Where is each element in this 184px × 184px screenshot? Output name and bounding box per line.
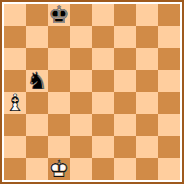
square-b7[interactable] [26, 26, 48, 48]
square-g8[interactable] [136, 4, 158, 26]
square-d6[interactable] [70, 48, 92, 70]
square-d3[interactable] [70, 114, 92, 136]
square-e3[interactable] [92, 114, 114, 136]
square-e2[interactable] [92, 136, 114, 158]
square-b8[interactable] [26, 4, 48, 26]
square-d1[interactable] [70, 158, 92, 180]
square-g1[interactable] [136, 158, 158, 180]
square-f2[interactable] [114, 136, 136, 158]
square-c1[interactable]: ♚♔ [48, 158, 70, 180]
square-c3[interactable] [48, 114, 70, 136]
white-bishop[interactable]: ♝♗ [4, 92, 26, 114]
square-f6[interactable] [114, 48, 136, 70]
square-a8[interactable] [4, 4, 26, 26]
square-b2[interactable] [26, 136, 48, 158]
square-d5[interactable] [70, 70, 92, 92]
square-f8[interactable] [114, 4, 136, 26]
square-c5[interactable] [48, 70, 70, 92]
square-g3[interactable] [136, 114, 158, 136]
square-d8[interactable] [70, 4, 92, 26]
square-h7[interactable] [158, 26, 180, 48]
square-h3[interactable] [158, 114, 180, 136]
black-knight[interactable]: ♞♘ [26, 70, 48, 92]
square-d7[interactable] [70, 26, 92, 48]
square-e6[interactable] [92, 48, 114, 70]
chess-board-frame: ♚♔♞♘♝♗♚♔ [0, 0, 184, 184]
square-f1[interactable] [114, 158, 136, 180]
square-g2[interactable] [136, 136, 158, 158]
square-a1[interactable] [4, 158, 26, 180]
square-b1[interactable] [26, 158, 48, 180]
square-f3[interactable] [114, 114, 136, 136]
square-h4[interactable] [158, 92, 180, 114]
square-g6[interactable] [136, 48, 158, 70]
square-h1[interactable] [158, 158, 180, 180]
square-f4[interactable] [114, 92, 136, 114]
piece-glyph-outline: ♔ [48, 158, 70, 180]
square-f5[interactable] [114, 70, 136, 92]
piece-glyph-outline: ♗ [4, 92, 26, 114]
black-king[interactable]: ♚♔ [48, 4, 70, 26]
square-f7[interactable] [114, 26, 136, 48]
square-a6[interactable] [4, 48, 26, 70]
square-c7[interactable] [48, 26, 70, 48]
square-h5[interactable] [158, 70, 180, 92]
square-h2[interactable] [158, 136, 180, 158]
square-e8[interactable] [92, 4, 114, 26]
square-c8[interactable]: ♚♔ [48, 4, 70, 26]
square-a3[interactable] [4, 114, 26, 136]
square-e1[interactable] [92, 158, 114, 180]
square-d2[interactable] [70, 136, 92, 158]
square-c6[interactable] [48, 48, 70, 70]
piece-glyph-outline: ♔ [48, 4, 70, 26]
square-g5[interactable] [136, 70, 158, 92]
square-b3[interactable] [26, 114, 48, 136]
square-g7[interactable] [136, 26, 158, 48]
square-a4[interactable]: ♝♗ [4, 92, 26, 114]
piece-glyph-outline: ♘ [26, 70, 48, 92]
square-e5[interactable] [92, 70, 114, 92]
square-d4[interactable] [70, 92, 92, 114]
square-a7[interactable] [4, 26, 26, 48]
square-e7[interactable] [92, 26, 114, 48]
square-b4[interactable] [26, 92, 48, 114]
square-b5[interactable]: ♞♘ [26, 70, 48, 92]
white-king[interactable]: ♚♔ [48, 158, 70, 180]
square-h6[interactable] [158, 48, 180, 70]
square-c4[interactable] [48, 92, 70, 114]
chess-board: ♚♔♞♘♝♗♚♔ [4, 4, 180, 180]
square-g4[interactable] [136, 92, 158, 114]
square-a2[interactable] [4, 136, 26, 158]
square-e4[interactable] [92, 92, 114, 114]
square-h8[interactable] [158, 4, 180, 26]
